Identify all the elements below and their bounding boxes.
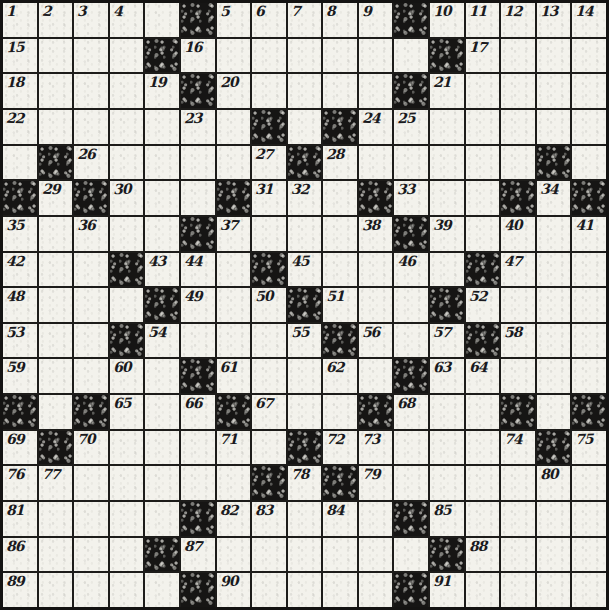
grid-cell-r5c1[interactable]: 29 xyxy=(39,181,73,215)
black-cell-r5c6 xyxy=(217,181,251,215)
grid-cell-r0c9[interactable]: 8 xyxy=(323,3,357,37)
grid-cell-r0c4[interactable] xyxy=(145,3,179,37)
grid-cell-r12c16[interactable]: 75 xyxy=(572,431,606,465)
grid-cell-r14c0[interactable]: 81 xyxy=(3,502,37,536)
grid-cell-r6c9[interactable] xyxy=(323,217,357,251)
grid-cell-r6c13[interactable] xyxy=(466,217,500,251)
grid-cell-r0c3[interactable]: 4 xyxy=(110,3,144,37)
grid-cell-r5c8[interactable]: 32 xyxy=(288,181,322,215)
grid-cell-r5c11[interactable]: 33 xyxy=(394,181,428,215)
black-cell-r11c16 xyxy=(572,395,606,429)
black-cell-r0c11 xyxy=(394,3,428,37)
grid-cell-r1c5[interactable]: 16 xyxy=(181,39,215,73)
grid-cell-r4c2[interactable]: 26 xyxy=(74,146,108,180)
grid-cell-r16c12[interactable]: 91 xyxy=(430,573,464,607)
clue-number-61: 61 xyxy=(220,359,237,375)
grid-cell-r3c10[interactable]: 24 xyxy=(359,110,393,144)
grid-cell-r10c3[interactable]: 60 xyxy=(110,359,144,393)
grid-cell-r13c6[interactable] xyxy=(217,466,251,500)
grid-cell-r10c1[interactable] xyxy=(39,359,73,393)
grid-cell-r14c9[interactable]: 84 xyxy=(323,502,357,536)
black-cell-r9c9 xyxy=(323,324,357,358)
grid-cell-r3c11[interactable]: 25 xyxy=(394,110,428,144)
grid-cell-r9c6[interactable] xyxy=(217,324,251,358)
grid-cell-r5c13[interactable] xyxy=(466,181,500,215)
grid-cell-r3c3[interactable] xyxy=(110,110,144,144)
clue-number-26: 26 xyxy=(77,146,94,162)
grid-cell-r2c1[interactable] xyxy=(39,74,73,108)
grid-cell-r11c7[interactable]: 67 xyxy=(252,395,286,429)
grid-cell-r9c14[interactable]: 58 xyxy=(501,324,535,358)
grid-cell-r14c15[interactable] xyxy=(537,502,571,536)
grid-cell-r0c8[interactable]: 7 xyxy=(288,3,322,37)
grid-cell-r8c3[interactable] xyxy=(110,288,144,322)
grid-cell-r6c0[interactable]: 35 xyxy=(3,217,37,251)
clue-number-60: 60 xyxy=(112,359,130,376)
grid-cell-r7c10[interactable] xyxy=(359,253,393,287)
black-cell-r4c15 xyxy=(537,146,571,180)
grid-cell-r1c6[interactable] xyxy=(217,39,251,73)
grid-cell-r0c1[interactable]: 2 xyxy=(39,3,73,37)
grid-cell-r11c8[interactable] xyxy=(288,395,322,429)
grid-cell-r15c0[interactable]: 86 xyxy=(3,538,37,572)
black-cell-r6c11 xyxy=(394,217,428,251)
grid-cell-r16c13[interactable] xyxy=(466,573,500,607)
grid-cell-r14c3[interactable] xyxy=(110,502,144,536)
grid-cell-r7c12[interactable] xyxy=(430,253,464,287)
grid-cell-r8c1[interactable] xyxy=(39,288,73,322)
grid-cell-r12c7[interactable] xyxy=(252,431,286,465)
grid-cell-r16c3[interactable] xyxy=(110,573,144,607)
grid-cell-r2c14[interactable] xyxy=(501,74,535,108)
grid-cell-r1c3[interactable] xyxy=(110,39,144,73)
grid-cell-r14c14[interactable] xyxy=(501,502,535,536)
grid-cell-r1c10[interactable] xyxy=(359,39,393,73)
clue-number-59: 59 xyxy=(6,359,24,375)
grid-cell-r16c8[interactable] xyxy=(288,573,322,607)
grid-cell-r7c5[interactable]: 44 xyxy=(181,253,215,287)
grid-cell-r2c16[interactable] xyxy=(572,74,606,108)
grid-cell-r6c7[interactable] xyxy=(252,217,286,251)
grid-cell-r10c13[interactable]: 64 xyxy=(466,359,500,393)
grid-cell-r7c15[interactable] xyxy=(537,253,571,287)
grid-cell-r9c1[interactable] xyxy=(39,324,73,358)
grid-cell-r16c6[interactable]: 90 xyxy=(217,573,251,607)
grid-cell-r2c9[interactable] xyxy=(323,74,357,108)
grid-cell-r3c2[interactable] xyxy=(74,110,108,144)
grid-cell-r0c15[interactable]: 13 xyxy=(537,3,571,37)
grid-cell-r15c14[interactable] xyxy=(501,538,535,572)
grid-cell-r8c15[interactable] xyxy=(537,288,571,322)
clue-number-47: 47 xyxy=(504,252,522,269)
black-cell-r7c7 xyxy=(252,253,286,287)
grid-cell-r11c3[interactable]: 65 xyxy=(110,395,144,429)
grid-cell-r10c4[interactable] xyxy=(145,359,179,393)
grid-cell-r6c2[interactable]: 36 xyxy=(74,217,108,251)
grid-cell-r12c13[interactable] xyxy=(466,431,500,465)
grid-cell-r9c16[interactable] xyxy=(572,324,606,358)
grid-cell-r3c8[interactable] xyxy=(288,110,322,144)
grid-cell-r3c5[interactable]: 23 xyxy=(181,110,215,144)
grid-cell-r3c13[interactable] xyxy=(466,110,500,144)
grid-cell-r5c3[interactable]: 30 xyxy=(110,181,144,215)
grid-cell-r14c8[interactable] xyxy=(288,502,322,536)
grid-cell-r1c15[interactable] xyxy=(537,39,571,73)
grid-cell-r3c0[interactable]: 22 xyxy=(3,110,37,144)
grid-cell-r13c14[interactable] xyxy=(501,466,535,500)
clue-number-65: 65 xyxy=(112,395,130,412)
grid-cell-r2c2[interactable] xyxy=(74,74,108,108)
grid-cell-r8c13[interactable]: 52 xyxy=(466,288,500,322)
grid-cell-r12c9[interactable]: 72 xyxy=(323,431,357,465)
grid-cell-r0c13[interactable]: 11 xyxy=(466,3,500,37)
grid-cell-r2c6[interactable]: 20 xyxy=(217,74,251,108)
grid-cell-r7c6[interactable] xyxy=(217,253,251,287)
grid-cell-r7c16[interactable] xyxy=(572,253,606,287)
grid-cell-r14c13[interactable] xyxy=(466,502,500,536)
black-cell-r9c13 xyxy=(466,324,500,358)
grid-cell-r10c15[interactable] xyxy=(537,359,571,393)
grid-cell-r5c12[interactable] xyxy=(430,181,464,215)
black-cell-r16c5 xyxy=(181,573,215,607)
grid-cell-r15c15[interactable] xyxy=(537,538,571,572)
grid-cell-r14c1[interactable] xyxy=(39,502,73,536)
grid-cell-r11c13[interactable] xyxy=(466,395,500,429)
grid-cell-r3c6[interactable] xyxy=(217,110,251,144)
grid-cell-r12c12[interactable] xyxy=(430,431,464,465)
grid-cell-r2c3[interactable] xyxy=(110,74,144,108)
grid-cell-r4c10[interactable] xyxy=(359,146,393,180)
grid-cell-r15c11[interactable] xyxy=(394,538,428,572)
grid-cell-r15c8[interactable] xyxy=(288,538,322,572)
black-cell-r10c5 xyxy=(181,359,215,393)
grid-cell-r4c11[interactable] xyxy=(394,146,428,180)
grid-cell-r10c14[interactable] xyxy=(501,359,535,393)
crossword-grid: 1234567891011121314151617181920212223242… xyxy=(0,0,609,610)
grid-cell-r11c9[interactable] xyxy=(323,395,357,429)
grid-cell-r13c16[interactable] xyxy=(572,466,606,500)
grid-cell-r0c14[interactable]: 12 xyxy=(501,3,535,37)
grid-cell-r16c4[interactable] xyxy=(145,573,179,607)
grid-cell-r6c16[interactable]: 41 xyxy=(572,217,606,251)
black-cell-r3c9 xyxy=(323,110,357,144)
grid-cell-r16c0[interactable]: 89 xyxy=(3,573,37,607)
grid-cell-r5c7[interactable]: 31 xyxy=(252,181,286,215)
grid-cell-r15c16[interactable] xyxy=(572,538,606,572)
grid-cell-r10c8[interactable] xyxy=(288,359,322,393)
clue-number-70: 70 xyxy=(77,430,95,447)
grid-cell-r0c12[interactable]: 10 xyxy=(430,3,464,37)
grid-cell-r4c3[interactable] xyxy=(110,146,144,180)
grid-cell-r7c0[interactable]: 42 xyxy=(3,253,37,287)
grid-cell-r10c7[interactable] xyxy=(252,359,286,393)
grid-cell-r10c16[interactable] xyxy=(572,359,606,393)
grid-cell-r8c7[interactable]: 50 xyxy=(252,288,286,322)
grid-cell-r12c10[interactable]: 73 xyxy=(359,431,393,465)
clue-number-14: 14 xyxy=(575,3,593,19)
grid-cell-r4c16[interactable] xyxy=(572,146,606,180)
black-cell-r0c5 xyxy=(181,3,215,37)
grid-cell-r7c14[interactable]: 47 xyxy=(501,253,535,287)
grid-cell-r3c16[interactable] xyxy=(572,110,606,144)
grid-cell-r2c4[interactable]: 19 xyxy=(145,74,179,108)
grid-cell-r4c7[interactable]: 27 xyxy=(252,146,286,180)
clue-number-42: 42 xyxy=(6,252,24,269)
clue-number-38: 38 xyxy=(362,217,380,233)
grid-cell-r14c16[interactable] xyxy=(572,502,606,536)
grid-cell-r16c2[interactable] xyxy=(74,573,108,607)
clue-number-41: 41 xyxy=(575,217,592,233)
clue-number-4: 4 xyxy=(113,3,122,19)
grid-cell-r9c8[interactable]: 55 xyxy=(288,324,322,358)
grid-cell-r1c0[interactable]: 15 xyxy=(3,39,37,73)
grid-cell-r6c4[interactable] xyxy=(145,217,179,251)
clue-number-57: 57 xyxy=(433,324,451,341)
grid-cell-r2c12[interactable]: 21 xyxy=(430,74,464,108)
grid-cell-r1c14[interactable] xyxy=(501,39,535,73)
clue-number-45: 45 xyxy=(290,252,308,269)
grid-cell-r4c5[interactable] xyxy=(181,146,215,180)
grid-cell-r14c4[interactable] xyxy=(145,502,179,536)
grid-cell-r9c2[interactable] xyxy=(74,324,108,358)
grid-cell-r8c16[interactable] xyxy=(572,288,606,322)
clue-number-83: 83 xyxy=(255,502,273,518)
grid-cell-r6c3[interactable] xyxy=(110,217,144,251)
grid-cell-r12c6[interactable]: 71 xyxy=(217,431,251,465)
grid-cell-r2c8[interactable] xyxy=(288,74,322,108)
clue-number-64: 64 xyxy=(469,359,487,375)
grid-cell-r1c8[interactable] xyxy=(288,39,322,73)
clue-number-6: 6 xyxy=(255,3,264,19)
grid-cell-r14c7[interactable]: 83 xyxy=(252,502,286,536)
grid-cell-r13c8[interactable]: 78 xyxy=(288,466,322,500)
grid-cell-r12c0[interactable]: 69 xyxy=(3,431,37,465)
grid-cell-r13c0[interactable]: 76 xyxy=(3,466,37,500)
grid-cell-r8c5[interactable]: 49 xyxy=(181,288,215,322)
clue-number-66: 66 xyxy=(184,395,201,411)
grid-cell-r1c1[interactable] xyxy=(39,39,73,73)
grid-cell-r11c5[interactable]: 66 xyxy=(181,395,215,429)
grid-cell-r5c4[interactable] xyxy=(145,181,179,215)
grid-cell-r9c0[interactable]: 53 xyxy=(3,324,37,358)
grid-cell-r0c0[interactable]: 1 xyxy=(3,3,37,37)
grid-cell-r11c4[interactable] xyxy=(145,395,179,429)
grid-cell-r0c2[interactable]: 3 xyxy=(74,3,108,37)
grid-cell-r15c10[interactable] xyxy=(359,538,393,572)
grid-cell-r15c6[interactable] xyxy=(217,538,251,572)
grid-cell-r14c6[interactable]: 82 xyxy=(217,502,251,536)
grid-cell-r4c14[interactable] xyxy=(501,146,535,180)
grid-cell-r1c16[interactable] xyxy=(572,39,606,73)
clue-number-55: 55 xyxy=(290,324,308,341)
black-cell-r9c3 xyxy=(110,324,144,358)
grid-cell-r10c0[interactable]: 59 xyxy=(3,359,37,393)
grid-cell-r13c13[interactable] xyxy=(466,466,500,500)
clue-number-77: 77 xyxy=(41,466,59,483)
black-cell-r11c0 xyxy=(3,395,37,429)
grid-cell-r7c8[interactable]: 45 xyxy=(288,253,322,287)
grid-cell-r12c3[interactable] xyxy=(110,431,144,465)
grid-cell-r2c15[interactable] xyxy=(537,74,571,108)
clue-number-18: 18 xyxy=(6,74,24,90)
clue-number-22: 22 xyxy=(6,110,24,127)
clue-number-43: 43 xyxy=(148,252,166,268)
grid-cell-r0c10[interactable]: 9 xyxy=(359,3,393,37)
grid-cell-r2c13[interactable] xyxy=(466,74,500,108)
grid-cell-r14c10[interactable] xyxy=(359,502,393,536)
grid-cell-r2c10[interactable] xyxy=(359,74,393,108)
grid-cell-r9c15[interactable] xyxy=(537,324,571,358)
grid-cell-r7c9[interactable] xyxy=(323,253,357,287)
grid-cell-r15c1[interactable] xyxy=(39,538,73,572)
grid-cell-r9c4[interactable]: 54 xyxy=(145,324,179,358)
grid-cell-r8c11[interactable] xyxy=(394,288,428,322)
grid-cell-r11c15[interactable] xyxy=(537,395,571,429)
grid-cell-r16c16[interactable] xyxy=(572,573,606,607)
black-cell-r8c8 xyxy=(288,288,322,322)
grid-cell-r15c2[interactable] xyxy=(74,538,108,572)
grid-cell-r15c9[interactable] xyxy=(323,538,357,572)
grid-cell-r7c2[interactable] xyxy=(74,253,108,287)
clue-number-69: 69 xyxy=(6,431,24,447)
grid-cell-r4c13[interactable] xyxy=(466,146,500,180)
grid-cell-r4c6[interactable] xyxy=(217,146,251,180)
grid-cell-r13c12[interactable] xyxy=(430,466,464,500)
grid-cell-r12c2[interactable]: 70 xyxy=(74,431,108,465)
grid-cell-r6c15[interactable] xyxy=(537,217,571,251)
grid-cell-r12c14[interactable]: 74 xyxy=(501,431,535,465)
grid-cell-r1c13[interactable]: 17 xyxy=(466,39,500,73)
grid-cell-r5c5[interactable] xyxy=(181,181,215,215)
grid-cell-r16c14[interactable] xyxy=(501,573,535,607)
grid-cell-r15c13[interactable]: 88 xyxy=(466,538,500,572)
grid-cell-r9c7[interactable] xyxy=(252,324,286,358)
grid-cell-r13c2[interactable] xyxy=(74,466,108,500)
grid-cell-r10c2[interactable] xyxy=(74,359,108,393)
clue-number-88: 88 xyxy=(469,538,487,554)
grid-cell-r0c16[interactable]: 14 xyxy=(572,3,606,37)
grid-cell-r1c9[interactable] xyxy=(323,39,357,73)
grid-cell-r13c15[interactable]: 80 xyxy=(537,466,571,500)
grid-cell-r7c4[interactable]: 43 xyxy=(145,253,179,287)
grid-cell-r6c14[interactable]: 40 xyxy=(501,217,535,251)
grid-cell-r10c6[interactable]: 61 xyxy=(217,359,251,393)
black-cell-r8c12 xyxy=(430,288,464,322)
clue-number-85: 85 xyxy=(433,502,451,519)
grid-cell-r15c3[interactable] xyxy=(110,538,144,572)
clue-number-62: 62 xyxy=(326,359,344,376)
clue-number-15: 15 xyxy=(6,38,24,55)
grid-cell-r0c6[interactable]: 5 xyxy=(217,3,251,37)
grid-cell-r14c2[interactable] xyxy=(74,502,108,536)
grid-cell-r4c4[interactable] xyxy=(145,146,179,180)
clue-number-49: 49 xyxy=(184,288,202,304)
grid-cell-r6c8[interactable] xyxy=(288,217,322,251)
grid-cell-r3c15[interactable] xyxy=(537,110,571,144)
grid-cell-r13c1[interactable]: 77 xyxy=(39,466,73,500)
grid-cell-r16c7[interactable] xyxy=(252,573,286,607)
grid-cell-r15c5[interactable]: 87 xyxy=(181,538,215,572)
grid-cell-r9c10[interactable]: 56 xyxy=(359,324,393,358)
black-cell-r15c4 xyxy=(145,538,179,572)
grid-cell-r13c5[interactable] xyxy=(181,466,215,500)
grid-cell-r15c7[interactable] xyxy=(252,538,286,572)
grid-cell-r5c9[interactable] xyxy=(323,181,357,215)
grid-cell-r4c0[interactable] xyxy=(3,146,37,180)
grid-cell-r12c5[interactable] xyxy=(181,431,215,465)
grid-cell-r11c1[interactable] xyxy=(39,395,73,429)
grid-cell-r8c10[interactable] xyxy=(359,288,393,322)
clue-number-44: 44 xyxy=(184,252,202,268)
grid-cell-r1c7[interactable] xyxy=(252,39,286,73)
grid-cell-r16c15[interactable] xyxy=(537,573,571,607)
black-cell-r5c2 xyxy=(74,181,108,215)
black-cell-r13c7 xyxy=(252,466,286,500)
grid-cell-r5c15[interactable]: 34 xyxy=(537,181,571,215)
grid-cell-r6c6[interactable]: 37 xyxy=(217,217,251,251)
clue-number-39: 39 xyxy=(433,217,451,233)
clue-number-21: 21 xyxy=(433,74,450,90)
black-cell-r12c8 xyxy=(288,431,322,465)
grid-cell-r16c1[interactable] xyxy=(39,573,73,607)
grid-cell-r6c12[interactable]: 39 xyxy=(430,217,464,251)
grid-cell-r13c10[interactable]: 79 xyxy=(359,466,393,500)
grid-cell-r13c3[interactable] xyxy=(110,466,144,500)
grid-cell-r4c12[interactable] xyxy=(430,146,464,180)
grid-cell-r3c12[interactable] xyxy=(430,110,464,144)
grid-cell-r16c10[interactable] xyxy=(359,573,393,607)
grid-cell-r10c12[interactable]: 63 xyxy=(430,359,464,393)
grid-cell-r11c11[interactable]: 68 xyxy=(394,395,428,429)
grid-cell-r13c4[interactable] xyxy=(145,466,179,500)
grid-cell-r0c7[interactable]: 6 xyxy=(252,3,286,37)
grid-cell-r6c10[interactable]: 38 xyxy=(359,217,393,251)
grid-cell-r9c12[interactable]: 57 xyxy=(430,324,464,358)
grid-cell-r14c12[interactable]: 85 xyxy=(430,502,464,536)
grid-cell-r8c9[interactable]: 51 xyxy=(323,288,357,322)
grid-cell-r2c7[interactable] xyxy=(252,74,286,108)
grid-cell-r10c10[interactable] xyxy=(359,359,393,393)
grid-cell-r4c9[interactable]: 28 xyxy=(323,146,357,180)
grid-cell-r9c5[interactable] xyxy=(181,324,215,358)
black-cell-r5c10 xyxy=(359,181,393,215)
grid-cell-r12c11[interactable] xyxy=(394,431,428,465)
grid-cell-r9c11[interactable] xyxy=(394,324,428,358)
clue-number-10: 10 xyxy=(433,3,451,20)
grid-cell-r1c2[interactable] xyxy=(74,39,108,73)
black-cell-r11c10 xyxy=(359,395,393,429)
grid-cell-r8c2[interactable] xyxy=(74,288,108,322)
grid-cell-r8c14[interactable] xyxy=(501,288,535,322)
grid-cell-r7c1[interactable] xyxy=(39,253,73,287)
clue-number-58: 58 xyxy=(504,324,522,340)
grid-cell-r8c6[interactable] xyxy=(217,288,251,322)
grid-cell-r16c9[interactable] xyxy=(323,573,357,607)
grid-cell-r8c0[interactable]: 48 xyxy=(3,288,37,322)
grid-cell-r6c1[interactable] xyxy=(39,217,73,251)
grid-cell-r2c0[interactable]: 18 xyxy=(3,74,37,108)
grid-cell-r12c4[interactable] xyxy=(145,431,179,465)
grid-cell-r13c11[interactable] xyxy=(394,466,428,500)
grid-cell-r11c12[interactable] xyxy=(430,395,464,429)
grid-cell-r1c11[interactable] xyxy=(394,39,428,73)
grid-cell-r3c14[interactable] xyxy=(501,110,535,144)
clue-number-40: 40 xyxy=(504,217,522,234)
grid-cell-r3c4[interactable] xyxy=(145,110,179,144)
grid-cell-r3c1[interactable] xyxy=(39,110,73,144)
grid-cell-r10c9[interactable]: 62 xyxy=(323,359,357,393)
grid-cell-r7c11[interactable]: 46 xyxy=(394,253,428,287)
